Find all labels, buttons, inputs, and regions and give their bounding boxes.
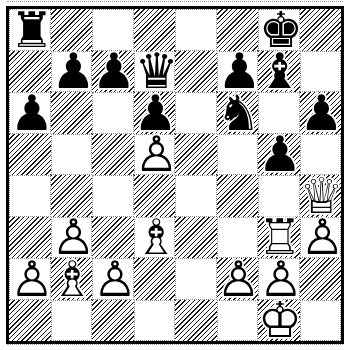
square-f7[interactable]: ♟♟: [217, 51, 259, 93]
black-knight-piece: ♞♞: [217, 92, 259, 134]
piece-halo: ♛: [135, 47, 175, 96]
piece-halo: ♝: [258, 47, 300, 96]
square-b4[interactable]: [51, 175, 93, 217]
piece-glyph: ♚: [259, 5, 299, 54]
piece-glyph: ♙: [10, 254, 50, 303]
black-pawn-piece: ♟♟: [10, 93, 50, 133]
square-a3[interactable]: [9, 217, 51, 259]
square-b1[interactable]: [51, 300, 93, 342]
square-d6[interactable]: ♟♟: [134, 92, 176, 134]
white-pawn-piece: ♟♙: [301, 218, 341, 258]
piece-halo: ♜: [10, 5, 50, 54]
square-f5[interactable]: [217, 134, 259, 176]
square-h2[interactable]: [300, 258, 342, 300]
piece-halo: ♟: [217, 254, 259, 303]
piece-glyph: ♙: [259, 254, 299, 303]
square-c1[interactable]: [92, 300, 134, 342]
piece-halo: ♞: [217, 88, 259, 137]
piece-glyph: ♗: [135, 213, 175, 262]
top-dotted-guide-line: [7, 1, 343, 2]
square-e6[interactable]: [175, 92, 217, 134]
square-g6[interactable]: [258, 92, 300, 134]
black-king-piece: ♚♚: [259, 10, 299, 50]
square-g1[interactable]: ♚♔: [258, 300, 300, 342]
square-f1[interactable]: [217, 300, 259, 342]
square-c6[interactable]: [92, 92, 134, 134]
square-f3[interactable]: [217, 217, 259, 259]
black-pawn-piece: ♟♟: [258, 134, 300, 176]
piece-halo: ♟: [10, 254, 50, 303]
square-h1[interactable]: [300, 300, 342, 342]
black-pawn-piece: ♟♟: [92, 51, 134, 93]
piece-halo: ♝: [135, 213, 175, 262]
black-pawn-piece: ♟♟: [218, 52, 258, 92]
square-e7[interactable]: [175, 51, 217, 93]
white-pawn-piece: ♟♙: [217, 258, 259, 300]
square-c4[interactable]: [92, 175, 134, 217]
square-b7[interactable]: ♟♟: [51, 51, 93, 93]
white-bishop-piece: ♝♗: [135, 218, 175, 258]
white-pawn-piece: ♟♙: [93, 259, 133, 299]
piece-halo: ♟: [300, 88, 342, 137]
white-rook-piece: ♜♖: [258, 217, 300, 259]
chess-board: ♜♜♚♚♟♟♟♟♛♛♟♟♝♝♟♟♟♟♞♞♟♟♟♙♟♟♛♕♟♙♝♗♜♖♟♙♟♙♝♗…: [6, 6, 344, 344]
piece-halo: ♝: [51, 254, 93, 303]
square-e8[interactable]: [175, 9, 217, 51]
piece-glyph: ♜: [10, 5, 50, 54]
piece-halo: ♟: [52, 47, 92, 96]
piece-glyph: ♟: [52, 47, 92, 96]
white-bishop-piece: ♝♗: [51, 258, 93, 300]
piece-glyph: ♟: [258, 130, 300, 179]
white-queen-piece: ♛♕: [300, 175, 342, 217]
piece-halo: ♟: [259, 254, 299, 303]
square-h6[interactable]: ♟♟: [300, 92, 342, 134]
piece-halo: ♟: [135, 130, 175, 179]
square-h7[interactable]: [300, 51, 342, 93]
piece-glyph: ♙: [93, 254, 133, 303]
square-g4[interactable]: [258, 175, 300, 217]
square-e2[interactable]: [175, 258, 217, 300]
black-pawn-piece: ♟♟: [134, 92, 176, 134]
square-d5[interactable]: ♟♙: [134, 134, 176, 176]
square-h8[interactable]: [300, 9, 342, 51]
piece-glyph: ♟: [92, 47, 134, 96]
square-b5[interactable]: [51, 134, 93, 176]
square-a4[interactable]: [9, 175, 51, 217]
square-b2[interactable]: ♝♗: [51, 258, 93, 300]
square-d1[interactable]: [134, 300, 176, 342]
square-d8[interactable]: [134, 9, 176, 51]
white-pawn-piece: ♟♙: [10, 259, 50, 299]
piece-glyph: ♙: [301, 213, 341, 262]
piece-halo: ♟: [52, 213, 92, 262]
piece-glyph: ♙: [135, 130, 175, 179]
square-g5[interactable]: ♟♟: [258, 134, 300, 176]
piece-glyph: ♖: [258, 213, 300, 262]
square-b8[interactable]: [51, 9, 93, 51]
square-e5[interactable]: [175, 134, 217, 176]
black-rook-piece: ♜♜: [10, 10, 50, 50]
square-c7[interactable]: ♟♟: [92, 51, 134, 93]
piece-glyph: ♙: [52, 213, 92, 262]
piece-halo: ♟: [134, 88, 176, 137]
square-d7[interactable]: ♛♛: [134, 51, 176, 93]
piece-halo: ♟: [258, 130, 300, 179]
piece-glyph: ♔: [258, 296, 300, 345]
white-pawn-piece: ♟♙: [259, 259, 299, 299]
black-pawn-piece: ♟♟: [52, 52, 92, 92]
square-g8[interactable]: ♚♚: [258, 9, 300, 51]
white-king-piece: ♚♔: [258, 300, 300, 342]
piece-halo: ♚: [259, 5, 299, 54]
white-pawn-piece: ♟♙: [52, 218, 92, 258]
piece-halo: ♟: [92, 47, 134, 96]
piece-glyph: ♟: [134, 88, 176, 137]
square-a5[interactable]: [9, 134, 51, 176]
piece-glyph: ♛: [135, 47, 175, 96]
piece-glyph: ♕: [300, 171, 342, 220]
square-e4[interactable]: [175, 175, 217, 217]
square-c5[interactable]: [92, 134, 134, 176]
square-g7[interactable]: ♝♝: [258, 51, 300, 93]
piece-glyph: ♙: [217, 254, 259, 303]
square-a8[interactable]: ♜♜: [9, 9, 51, 51]
square-g2[interactable]: ♟♙: [258, 258, 300, 300]
bottom-dotted-guide-line: [7, 344, 343, 345]
black-pawn-piece: ♟♟: [300, 92, 342, 134]
piece-glyph: ♟: [10, 88, 50, 137]
piece-glyph: ♟: [218, 47, 258, 96]
piece-glyph: ♝: [258, 47, 300, 96]
square-d4[interactable]: [134, 175, 176, 217]
square-g3[interactable]: ♜♖: [258, 217, 300, 259]
square-a7[interactable]: [9, 51, 51, 93]
piece-halo: ♜: [258, 213, 300, 262]
square-b6[interactable]: [51, 92, 93, 134]
piece-halo: ♟: [301, 213, 341, 262]
chess-diagram: ♜♜♚♚♟♟♟♟♛♛♟♟♝♝♟♟♟♟♞♞♟♟♟♙♟♟♛♕♟♙♝♗♜♖♟♙♟♙♝♗…: [0, 0, 350, 350]
square-f2[interactable]: ♟♙: [217, 258, 259, 300]
piece-halo: ♛: [300, 171, 342, 220]
square-d2[interactable]: [134, 258, 176, 300]
square-f6[interactable]: ♞♞: [217, 92, 259, 134]
square-b3[interactable]: ♟♙: [51, 217, 93, 259]
square-h3[interactable]: ♟♙: [300, 217, 342, 259]
square-a2[interactable]: ♟♙: [9, 258, 51, 300]
square-a1[interactable]: [9, 300, 51, 342]
square-a6[interactable]: ♟♟: [9, 92, 51, 134]
piece-halo: ♟: [93, 254, 133, 303]
piece-glyph: ♟: [300, 88, 342, 137]
piece-glyph: ♞: [217, 88, 259, 137]
piece-halo: ♟: [10, 88, 50, 137]
square-e1[interactable]: [175, 300, 217, 342]
square-h5[interactable]: [300, 134, 342, 176]
square-e3[interactable]: [175, 217, 217, 259]
square-h4[interactable]: ♛♕: [300, 175, 342, 217]
white-pawn-piece: ♟♙: [135, 135, 175, 175]
black-bishop-piece: ♝♝: [258, 51, 300, 93]
square-f8[interactable]: [217, 9, 259, 51]
square-c8[interactable]: [92, 9, 134, 51]
piece-glyph: ♗: [51, 254, 93, 303]
piece-halo: ♚: [258, 296, 300, 345]
square-c3[interactable]: [92, 217, 134, 259]
square-d3[interactable]: ♝♗: [134, 217, 176, 259]
black-queen-piece: ♛♛: [135, 52, 175, 92]
square-f4[interactable]: [217, 175, 259, 217]
piece-halo: ♟: [218, 47, 258, 96]
square-c2[interactable]: ♟♙: [92, 258, 134, 300]
